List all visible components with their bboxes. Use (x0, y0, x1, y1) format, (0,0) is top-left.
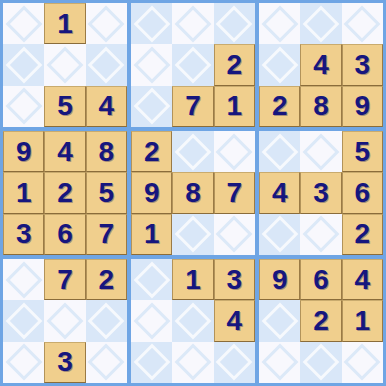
given-digit: 7 (99, 220, 115, 248)
cell-r1c7[interactable] (259, 3, 300, 44)
given-digit: 3 (313, 179, 329, 207)
diamond-pattern (88, 303, 125, 340)
given-digit: 1 (144, 220, 160, 248)
diamond-pattern (5, 47, 42, 84)
cell-r7c1[interactable] (3, 259, 44, 300)
diamond-pattern (5, 5, 42, 42)
box-5: 29871 (131, 131, 255, 255)
cell-r5c4[interactable]: 9 (131, 172, 172, 213)
cell-r2c2[interactable] (44, 44, 85, 85)
diamond-pattern (216, 216, 253, 253)
cell-r6c2[interactable]: 6 (44, 214, 85, 255)
given-digit: 8 (313, 92, 329, 120)
given-digit: 6 (57, 220, 73, 248)
cell-r5c3[interactable]: 5 (86, 172, 127, 213)
cell-r3c3[interactable]: 4 (86, 86, 127, 127)
given-digit: 7 (185, 92, 201, 120)
diamond-pattern (303, 5, 340, 42)
given-digit: 1 (57, 10, 73, 38)
given-digit: 1 (355, 307, 371, 335)
diamond-pattern (261, 5, 298, 42)
cell-r2c5[interactable] (172, 44, 213, 85)
cell-r4c3[interactable]: 8 (86, 131, 127, 172)
diamond-pattern (133, 344, 170, 381)
cell-r1c6[interactable] (214, 3, 255, 44)
cell-r5c9[interactable]: 6 (342, 172, 383, 213)
cell-r6c6[interactable] (214, 214, 255, 255)
given-digit: 6 (313, 266, 329, 294)
diamond-pattern (344, 5, 381, 42)
diamond-pattern (261, 133, 298, 170)
given-digit: 2 (57, 179, 73, 207)
given-digit: 4 (313, 51, 329, 79)
diamond-pattern (47, 303, 84, 340)
cell-r2c6[interactable]: 2 (214, 44, 255, 85)
diamond-pattern (5, 303, 42, 340)
box-4: 948125367 (3, 131, 127, 255)
given-digit: 2 (313, 307, 329, 335)
cell-r6c8[interactable] (300, 214, 341, 255)
cell-r3c1[interactable] (3, 86, 44, 127)
given-digit: 7 (227, 179, 243, 207)
given-digit: 1 (185, 266, 201, 294)
diamond-pattern (175, 5, 212, 42)
given-digit: 2 (227, 51, 243, 79)
sudoku-grid: 1542714328994812536729871543627231349642… (3, 3, 383, 383)
box-6: 54362 (259, 131, 383, 255)
cell-r9c5[interactable] (172, 342, 213, 383)
diamond-pattern (216, 133, 253, 170)
cell-r8c3[interactable] (86, 300, 127, 341)
cell-r4c4[interactable]: 2 (131, 131, 172, 172)
diamond-pattern (47, 47, 84, 84)
box-9: 96421 (259, 259, 383, 383)
diamond-pattern (261, 344, 298, 381)
given-digit: 9 (144, 179, 160, 207)
cell-r2c7[interactable] (259, 44, 300, 85)
cell-r9c1[interactable] (3, 342, 44, 383)
given-digit: 2 (144, 138, 160, 166)
cell-r5c5[interactable]: 8 (172, 172, 213, 213)
cell-r9c8[interactable] (300, 342, 341, 383)
sudoku-board: 1542714328994812536729871543627231349642… (0, 0, 386, 386)
cell-r6c9[interactable]: 2 (342, 214, 383, 255)
diamond-pattern (133, 88, 170, 125)
given-digit: 9 (355, 92, 371, 120)
given-digit: 4 (99, 92, 115, 120)
cell-r1c5[interactable] (172, 3, 213, 44)
diamond-pattern (303, 133, 340, 170)
cell-r4c6[interactable] (214, 131, 255, 172)
box-8: 134 (131, 259, 255, 383)
cell-r3c9[interactable]: 9 (342, 86, 383, 127)
given-digit: 4 (227, 307, 243, 335)
cell-r7c9[interactable]: 4 (342, 259, 383, 300)
diamond-pattern (261, 47, 298, 84)
diamond-pattern (216, 5, 253, 42)
diamond-pattern (133, 5, 170, 42)
given-digit: 8 (185, 179, 201, 207)
cell-r8c1[interactable] (3, 300, 44, 341)
cell-r8c4[interactable] (131, 300, 172, 341)
given-digit: 4 (57, 138, 73, 166)
given-digit: 2 (99, 266, 115, 294)
cell-r1c3[interactable] (86, 3, 127, 44)
cell-r3c6[interactable]: 1 (214, 86, 255, 127)
given-digit: 5 (355, 138, 371, 166)
box-3: 43289 (259, 3, 383, 127)
given-digit: 6 (355, 179, 371, 207)
diamond-pattern (344, 344, 381, 381)
cell-r9c7[interactable] (259, 342, 300, 383)
given-digit: 9 (272, 266, 288, 294)
cell-r8c6[interactable]: 4 (214, 300, 255, 341)
cell-r3c7[interactable]: 2 (259, 86, 300, 127)
cell-r4c8[interactable] (300, 131, 341, 172)
cell-r6c5[interactable] (172, 214, 213, 255)
cell-r8c2[interactable] (44, 300, 85, 341)
diamond-pattern (175, 133, 212, 170)
diamond-pattern (133, 47, 170, 84)
diamond-pattern (175, 344, 212, 381)
cell-r4c5[interactable] (172, 131, 213, 172)
cell-r7c6[interactable]: 3 (214, 259, 255, 300)
cell-r8c9[interactable]: 1 (342, 300, 383, 341)
given-digit: 1 (16, 179, 32, 207)
cell-r5c1[interactable]: 1 (3, 172, 44, 213)
given-digit: 5 (57, 92, 73, 120)
cell-r1c4[interactable] (131, 3, 172, 44)
cell-r6c3[interactable]: 7 (86, 214, 127, 255)
cell-r4c9[interactable]: 5 (342, 131, 383, 172)
diamond-pattern (88, 5, 125, 42)
cell-r5c2[interactable]: 2 (44, 172, 85, 213)
box-1: 154 (3, 3, 127, 127)
diamond-pattern (88, 344, 125, 381)
diamond-pattern (88, 47, 125, 84)
cell-r7c4[interactable] (131, 259, 172, 300)
cell-r3c5[interactable]: 7 (172, 86, 213, 127)
box-7: 723 (3, 259, 127, 383)
given-digit: 2 (355, 220, 371, 248)
diamond-pattern (175, 216, 212, 253)
cell-r5c7[interactable]: 4 (259, 172, 300, 213)
cell-r6c7[interactable] (259, 214, 300, 255)
cell-r4c1[interactable]: 9 (3, 131, 44, 172)
cell-r7c8[interactable]: 6 (300, 259, 341, 300)
cell-r2c4[interactable] (131, 44, 172, 85)
cell-r8c8[interactable]: 2 (300, 300, 341, 341)
cell-r6c1[interactable]: 3 (3, 214, 44, 255)
cell-r9c4[interactable] (131, 342, 172, 383)
diamond-pattern (5, 344, 42, 381)
diamond-pattern (133, 303, 170, 340)
cell-r9c2[interactable]: 3 (44, 342, 85, 383)
cell-r3c2[interactable]: 5 (44, 86, 85, 127)
given-digit: 3 (227, 266, 243, 294)
given-digit: 5 (99, 179, 115, 207)
diamond-pattern (175, 303, 212, 340)
diamond-pattern (261, 303, 298, 340)
cell-r8c7[interactable] (259, 300, 300, 341)
cell-r1c9[interactable] (342, 3, 383, 44)
diamond-pattern (5, 88, 42, 125)
cell-r7c3[interactable]: 2 (86, 259, 127, 300)
given-digit: 3 (355, 51, 371, 79)
cell-r2c9[interactable]: 3 (342, 44, 383, 85)
cell-r2c3[interactable] (86, 44, 127, 85)
cell-r5c8[interactable]: 3 (300, 172, 341, 213)
cell-r7c2[interactable]: 7 (44, 259, 85, 300)
cell-r3c4[interactable] (131, 86, 172, 127)
cell-r6c4[interactable]: 1 (131, 214, 172, 255)
cell-r9c9[interactable] (342, 342, 383, 383)
given-digit: 9 (16, 138, 32, 166)
given-digit: 3 (16, 220, 32, 248)
cell-r7c7[interactable]: 9 (259, 259, 300, 300)
cell-r5c6[interactable]: 7 (214, 172, 255, 213)
given-digit: 2 (272, 92, 288, 120)
given-digit: 4 (355, 266, 371, 294)
cell-r4c2[interactable]: 4 (44, 131, 85, 172)
box-2: 271 (131, 3, 255, 127)
given-digit: 3 (57, 348, 73, 376)
given-digit: 1 (227, 92, 243, 120)
cell-r2c1[interactable] (3, 44, 44, 85)
diamond-pattern (5, 261, 42, 298)
cell-r1c1[interactable] (3, 3, 44, 44)
given-digit: 7 (57, 266, 73, 294)
diamond-pattern (133, 261, 170, 298)
diamond-pattern (175, 47, 212, 84)
cell-r9c6[interactable] (214, 342, 255, 383)
cell-r4c7[interactable] (259, 131, 300, 172)
given-digit: 8 (99, 138, 115, 166)
cell-r2c8[interactable]: 4 (300, 44, 341, 85)
diamond-pattern (303, 344, 340, 381)
diamond-pattern (303, 216, 340, 253)
cell-r7c5[interactable]: 1 (172, 259, 213, 300)
diamond-pattern (216, 344, 253, 381)
cell-r8c5[interactable] (172, 300, 213, 341)
cell-r3c8[interactable]: 8 (300, 86, 341, 127)
cell-r1c8[interactable] (300, 3, 341, 44)
cell-r9c3[interactable] (86, 342, 127, 383)
diamond-pattern (261, 216, 298, 253)
cell-r1c2[interactable]: 1 (44, 3, 85, 44)
given-digit: 4 (272, 179, 288, 207)
